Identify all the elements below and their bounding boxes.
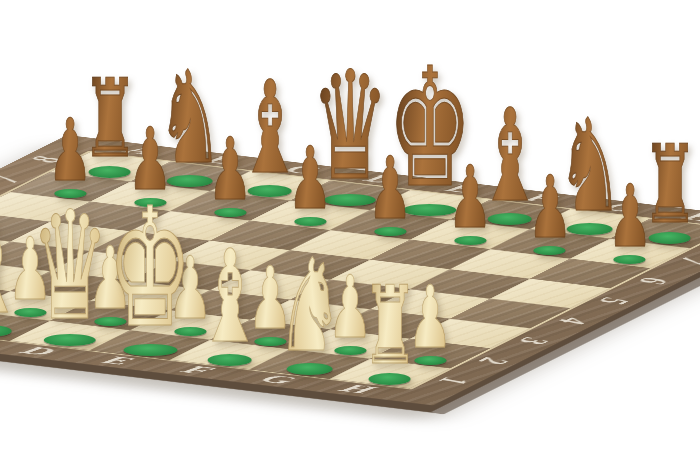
rank-label-right-2: 2 [467,356,519,366]
rank-label-right-7: 7 [667,256,700,266]
rank-label-right-4: 4 [547,316,599,326]
chess-board: AABBCCDDEEFFGGHH1122334455667788 [0,135,700,405]
file-label-front-g: G [254,373,303,387]
rank-label-left-8: 8 [21,154,73,164]
file-label-front-d: D [14,344,63,358]
file-label-front-f: F [175,364,222,378]
rank-label-right-6: 6 [627,276,679,286]
rank-label-right-1: 1 [427,376,479,386]
file-label-front-h: H [333,382,384,396]
file-label-front-e: E [95,354,142,368]
rank-label-right-5: 5 [587,296,639,306]
board-grid [0,152,700,388]
chess-set-photo: AABBCCDDEEFFGGHH1122334455667788 ♜♞♝♛♚♝♞… [0,0,700,460]
rank-label-right-3: 3 [507,336,559,346]
